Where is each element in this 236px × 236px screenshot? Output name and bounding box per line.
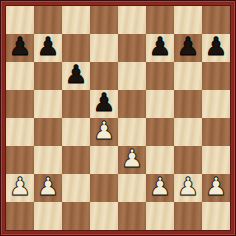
square-h5[interactable] xyxy=(202,90,230,118)
square-d8[interactable] xyxy=(90,6,118,34)
square-a7[interactable]: ♟ xyxy=(6,34,34,62)
square-a4[interactable] xyxy=(6,118,34,146)
square-b5[interactable] xyxy=(34,90,62,118)
white-pawn[interactable]: ♟ xyxy=(37,173,59,201)
square-g8[interactable] xyxy=(174,6,202,34)
board-frame: ♟♟♟♟♟♟♟♟♟♟♟♟♟♟ xyxy=(1,1,235,235)
square-c6[interactable]: ♟ xyxy=(62,62,90,90)
square-h2[interactable]: ♟ xyxy=(202,174,230,202)
square-g1[interactable] xyxy=(174,202,202,230)
black-pawn[interactable]: ♟ xyxy=(37,33,59,61)
square-f3[interactable] xyxy=(146,146,174,174)
square-g5[interactable] xyxy=(174,90,202,118)
black-pawn[interactable]: ♟ xyxy=(93,89,115,117)
white-pawn[interactable]: ♟ xyxy=(177,173,199,201)
square-f6[interactable] xyxy=(146,62,174,90)
square-e2[interactable] xyxy=(118,174,146,202)
square-a5[interactable] xyxy=(6,90,34,118)
square-c1[interactable] xyxy=(62,202,90,230)
square-d2[interactable] xyxy=(90,174,118,202)
white-pawn[interactable]: ♟ xyxy=(121,145,143,173)
square-g3[interactable] xyxy=(174,146,202,174)
square-b7[interactable]: ♟ xyxy=(34,34,62,62)
square-b1[interactable] xyxy=(34,202,62,230)
black-pawn[interactable]: ♟ xyxy=(9,33,31,61)
square-g4[interactable] xyxy=(174,118,202,146)
square-d1[interactable] xyxy=(90,202,118,230)
chess-board: ♟♟♟♟♟♟♟♟♟♟♟♟♟♟ xyxy=(6,6,230,230)
black-pawn[interactable]: ♟ xyxy=(177,33,199,61)
square-a3[interactable] xyxy=(6,146,34,174)
square-c3[interactable] xyxy=(62,146,90,174)
square-b2[interactable]: ♟ xyxy=(34,174,62,202)
square-b3[interactable] xyxy=(34,146,62,174)
square-d6[interactable] xyxy=(90,62,118,90)
square-e7[interactable] xyxy=(118,34,146,62)
square-f1[interactable] xyxy=(146,202,174,230)
square-f4[interactable] xyxy=(146,118,174,146)
square-e4[interactable] xyxy=(118,118,146,146)
black-pawn[interactable]: ♟ xyxy=(205,33,227,61)
square-b6[interactable] xyxy=(34,62,62,90)
square-d4[interactable]: ♟ xyxy=(90,118,118,146)
square-c4[interactable] xyxy=(62,118,90,146)
white-pawn[interactable]: ♟ xyxy=(149,173,171,201)
square-h8[interactable] xyxy=(202,6,230,34)
square-c7[interactable] xyxy=(62,34,90,62)
square-f7[interactable]: ♟ xyxy=(146,34,174,62)
square-b8[interactable] xyxy=(34,6,62,34)
square-h6[interactable] xyxy=(202,62,230,90)
square-d7[interactable] xyxy=(90,34,118,62)
square-f5[interactable] xyxy=(146,90,174,118)
square-c5[interactable] xyxy=(62,90,90,118)
white-pawn[interactable]: ♟ xyxy=(9,173,31,201)
square-e3[interactable]: ♟ xyxy=(118,146,146,174)
white-pawn[interactable]: ♟ xyxy=(93,117,115,145)
square-h4[interactable] xyxy=(202,118,230,146)
black-pawn[interactable]: ♟ xyxy=(149,33,171,61)
square-e6[interactable] xyxy=(118,62,146,90)
square-c8[interactable] xyxy=(62,6,90,34)
square-e1[interactable] xyxy=(118,202,146,230)
square-b4[interactable] xyxy=(34,118,62,146)
square-a8[interactable] xyxy=(6,6,34,34)
square-c2[interactable] xyxy=(62,174,90,202)
square-a6[interactable] xyxy=(6,62,34,90)
square-g6[interactable] xyxy=(174,62,202,90)
square-d3[interactable] xyxy=(90,146,118,174)
square-a1[interactable] xyxy=(6,202,34,230)
square-d5[interactable]: ♟ xyxy=(90,90,118,118)
square-e5[interactable] xyxy=(118,90,146,118)
square-f2[interactable]: ♟ xyxy=(146,174,174,202)
square-g2[interactable]: ♟ xyxy=(174,174,202,202)
black-pawn[interactable]: ♟ xyxy=(65,61,87,89)
square-a2[interactable]: ♟ xyxy=(6,174,34,202)
square-f8[interactable] xyxy=(146,6,174,34)
square-g7[interactable]: ♟ xyxy=(174,34,202,62)
square-e8[interactable] xyxy=(118,6,146,34)
square-h7[interactable]: ♟ xyxy=(202,34,230,62)
white-pawn[interactable]: ♟ xyxy=(205,173,227,201)
square-h1[interactable] xyxy=(202,202,230,230)
square-h3[interactable] xyxy=(202,146,230,174)
